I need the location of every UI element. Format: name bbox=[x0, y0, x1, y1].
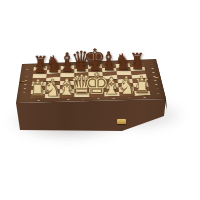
coordinate-rank-mark-right bbox=[153, 76, 155, 77]
coordinate-rank-mark-left bbox=[24, 84, 26, 85]
coordinate-rank-mark-left bbox=[25, 80, 27, 81]
piece-white-king-e1: ♚ bbox=[84, 69, 110, 98]
piece-black-pawn-g7: ♟ bbox=[117, 57, 130, 71]
coordinate-rank-mark-right bbox=[151, 64, 153, 65]
coordinate-rank-mark-right bbox=[155, 84, 157, 85]
piece-white-knight-g1: ♞ bbox=[117, 76, 136, 97]
coordinate-rank-mark-right bbox=[156, 88, 158, 89]
clasp-icon bbox=[117, 119, 126, 124]
hinge-icon bbox=[155, 77, 159, 78]
piece-black-pawn-b7: ♟ bbox=[47, 60, 60, 74]
coordinate-rank-mark-left bbox=[26, 73, 28, 74]
piece-black-pawn-h7: ♟ bbox=[131, 57, 144, 71]
coordinate-rank-mark-right bbox=[157, 93, 159, 94]
coordinate-rank-mark-left bbox=[26, 69, 28, 70]
coordinate-rank-mark-left bbox=[24, 88, 26, 89]
chess-set-photo: ♜♞♝♛♚♝♞♜♟♟♟♟♟♟♟♟♟♟♟♟♟♟♟♟♜♞♝♛♚♝♞♜ bbox=[0, 0, 200, 200]
coordinate-rank-mark-left bbox=[25, 76, 27, 77]
coordinate-rank-mark-left bbox=[23, 92, 25, 93]
coordinate-rank-mark-right bbox=[152, 72, 154, 73]
piece-black-pawn-a7: ♟ bbox=[34, 60, 47, 74]
piece-white-knight-b1: ♞ bbox=[43, 78, 62, 99]
hinge-icon bbox=[21, 81, 25, 82]
coordinate-rank-mark-left bbox=[23, 97, 25, 98]
coordinate-rank-mark-right bbox=[154, 80, 156, 81]
coordinate-rank-mark-right bbox=[152, 68, 154, 69]
